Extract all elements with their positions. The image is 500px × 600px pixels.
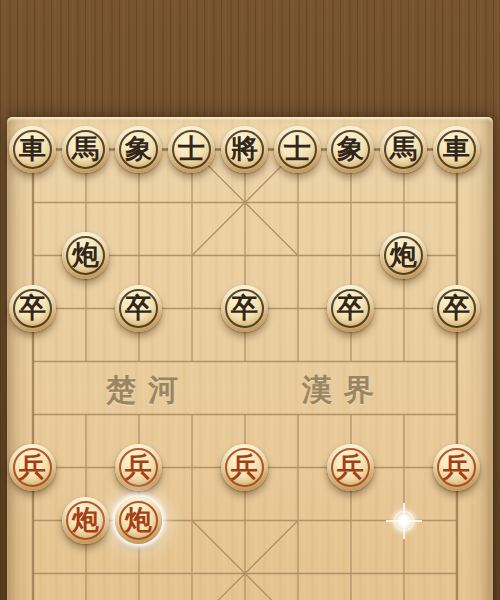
piece-glyph: 卒 — [231, 294, 258, 321]
piece-black-advisor[interactable]: 士 — [274, 126, 321, 173]
piece-black-soldier[interactable]: 卒 — [9, 285, 56, 332]
last-move-origin-marker — [389, 506, 419, 536]
piece-red-soldier[interactable]: 兵 — [115, 444, 162, 491]
xiangqi-app: 楚河 漢界 車馬象士將士象馬車炮炮卒卒卒卒卒兵兵兵兵兵炮炮 — [0, 0, 500, 600]
piece-glyph: 將 — [231, 135, 258, 162]
piece-black-soldier[interactable]: 卒 — [115, 285, 162, 332]
piece-red-soldier[interactable]: 兵 — [221, 444, 268, 491]
piece-glyph: 卒 — [125, 294, 152, 321]
piece-glyph: 兵 — [337, 453, 364, 480]
piece-glyph: 馬 — [390, 135, 417, 162]
piece-glyph: 兵 — [443, 453, 470, 480]
piece-black-chariot[interactable]: 車 — [9, 126, 56, 173]
piece-black-soldier[interactable]: 卒 — [221, 285, 268, 332]
piece-glyph: 象 — [125, 135, 152, 162]
piece-black-soldier[interactable]: 卒 — [433, 285, 480, 332]
piece-red-soldier[interactable]: 兵 — [327, 444, 374, 491]
piece-glyph: 炮 — [72, 241, 99, 268]
piece-black-cannon[interactable]: 炮 — [62, 232, 109, 279]
piece-glyph: 車 — [19, 135, 46, 162]
piece-glyph: 象 — [337, 135, 364, 162]
piece-glyph: 士 — [178, 135, 205, 162]
piece-glyph: 馬 — [72, 135, 99, 162]
piece-black-horse[interactable]: 馬 — [62, 126, 109, 173]
piece-glyph: 卒 — [19, 294, 46, 321]
piece-red-cannon[interactable]: 炮 — [62, 497, 109, 544]
piece-glyph: 兵 — [125, 453, 152, 480]
piece-black-horse[interactable]: 馬 — [380, 126, 427, 173]
piece-glyph: 車 — [443, 135, 470, 162]
piece-black-advisor[interactable]: 士 — [168, 126, 215, 173]
piece-black-soldier[interactable]: 卒 — [327, 285, 374, 332]
pieces-layer: 車馬象士將士象馬車炮炮卒卒卒卒卒兵兵兵兵兵炮炮 — [6, 123, 483, 600]
piece-glyph: 兵 — [231, 453, 258, 480]
piece-red-soldier[interactable]: 兵 — [433, 444, 480, 491]
piece-black-general[interactable]: 將 — [221, 126, 268, 173]
piece-glyph: 炮 — [390, 241, 417, 268]
piece-black-elephant[interactable]: 象 — [115, 126, 162, 173]
piece-black-chariot[interactable]: 車 — [433, 126, 480, 173]
piece-red-cannon[interactable]: 炮 — [115, 497, 162, 544]
piece-glyph: 炮 — [125, 506, 152, 533]
piece-glyph: 士 — [284, 135, 311, 162]
piece-glyph: 卒 — [443, 294, 470, 321]
piece-red-soldier[interactable]: 兵 — [9, 444, 56, 491]
piece-black-cannon[interactable]: 炮 — [380, 232, 427, 279]
piece-glyph: 兵 — [19, 453, 46, 480]
piece-glyph: 炮 — [72, 506, 99, 533]
piece-black-elephant[interactable]: 象 — [327, 126, 374, 173]
piece-glyph: 卒 — [337, 294, 364, 321]
